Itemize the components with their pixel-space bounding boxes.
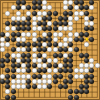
go-board[interactable] [0,0,100,100]
intersection[interactable] [95,95,100,100]
intersections-layer [0,0,100,100]
screenshot [0,0,100,100]
last-move-highlight-marker [85,38,87,40]
